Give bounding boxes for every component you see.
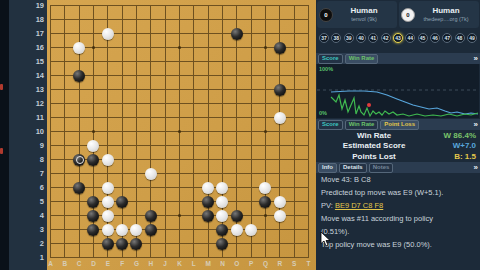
black-stone-F2[interactable] (116, 238, 128, 250)
info-line-move: Move 43: B C8 (321, 173, 477, 186)
white-stone-R4[interactable] (274, 210, 286, 222)
black-stone-Q5[interactable] (259, 196, 271, 208)
graph-bottom-axis-label: 0% (319, 110, 327, 116)
black-stone-O17[interactable] (231, 28, 243, 40)
black-stone-C6[interactable] (73, 182, 85, 194)
move-circle-39[interactable]: 39 (344, 33, 354, 43)
row-label-12: 12 (24, 99, 44, 108)
stat-value: W 86.4% (428, 131, 476, 140)
white-stone-E8[interactable] (102, 154, 114, 166)
white-stone-N6[interactable] (216, 182, 228, 194)
info-line-policy: Move was #11 according to policy (321, 212, 477, 225)
move-circle-48[interactable]: 48 (455, 33, 465, 43)
white-player-detail: thedeep....org (7k) (415, 17, 477, 23)
column-label-G: G (131, 260, 141, 267)
move-circle-38[interactable]: 38 (331, 33, 341, 43)
graph-current-move-dot (367, 103, 371, 107)
stats-tab-score[interactable]: Score (318, 120, 343, 130)
black-stone-R13[interactable] (274, 84, 286, 96)
column-label-L: L (189, 260, 199, 267)
column-label-Q: Q (260, 260, 270, 267)
row-label-10: 10 (24, 127, 44, 136)
graph-tab-score[interactable]: Score (318, 54, 343, 64)
analysis-panel: 0 Human tenvol (9k) 0 Human thedeep....o… (316, 0, 480, 270)
column-label-D: D (88, 260, 98, 267)
star-point-K10 (178, 130, 181, 133)
white-stone-E3[interactable] (102, 224, 114, 236)
white-stone-P3[interactable] (245, 224, 257, 236)
column-label-R: R (275, 260, 285, 267)
stats-tab-pointloss[interactable]: Point Loss (380, 120, 419, 130)
row-label-16: 16 (24, 43, 44, 52)
black-stone-H4[interactable] (145, 210, 157, 222)
column-label-B: B (60, 260, 70, 267)
row-label-19: 19 (24, 1, 44, 10)
white-stone-N4[interactable] (216, 210, 228, 222)
left-edge-red-mark (0, 148, 3, 154)
last-move-marker (76, 156, 84, 164)
column-label-O: O (232, 260, 242, 267)
info-tab-info[interactable]: Info (318, 163, 337, 173)
white-stone-H7[interactable] (145, 168, 157, 180)
graph-line-win-rate (331, 91, 478, 114)
column-label-A: A (46, 260, 56, 267)
info-tab-bar: Info Details Notes » (316, 162, 480, 173)
row-label-4: 4 (24, 211, 44, 220)
row-label-5: 5 (24, 197, 44, 206)
graph-top-axis-label: 100% (319, 66, 333, 72)
graph-line-score (331, 95, 478, 116)
go-board[interactable]: ABCDEFGHJKLMNOPQRST (47, 0, 316, 270)
info-tab-details[interactable]: Details (339, 163, 367, 173)
row-label-18: 18 (24, 15, 44, 24)
black-stone-C8[interactable] (73, 154, 85, 166)
info-line-policy2: (0.51%). (321, 225, 477, 238)
stat-value: B: 1.5 (428, 152, 476, 161)
black-stone-D4[interactable] (87, 210, 99, 222)
star-point-D16 (92, 46, 95, 49)
column-label-J: J (160, 260, 170, 267)
white-stone-G3[interactable] (130, 224, 142, 236)
column-label-N: N (217, 260, 227, 267)
white-stone-E4[interactable] (102, 210, 114, 222)
column-label-T: T (303, 260, 313, 267)
white-stone-R11[interactable] (274, 112, 286, 124)
star-point-K16 (178, 46, 181, 49)
column-label-H: H (146, 260, 156, 267)
white-captures-stone-icon: 0 (401, 8, 415, 22)
info-line-pv: PV: BE9 D7 C8 F8 (321, 199, 477, 212)
graph-tab-winrate[interactable]: Win Rate (345, 54, 379, 64)
move-number-strip: 37383940414243444546474849 (316, 31, 480, 44)
black-stone-D5[interactable] (87, 196, 99, 208)
column-label-C: C (74, 260, 84, 267)
row-label-7: 7 (24, 169, 44, 178)
white-player-name: Human (415, 7, 477, 15)
column-label-F: F (117, 260, 127, 267)
white-stone-E6[interactable] (102, 182, 114, 194)
fast-forward-icon[interactable]: » (474, 55, 478, 63)
row-label-15: 15 (24, 57, 44, 66)
row-label-1: 1 (24, 253, 44, 262)
stat-row-win-rate: Win RateW 86.4% (316, 130, 480, 141)
star-point-Q16 (264, 46, 267, 49)
black-stone-M5[interactable] (202, 196, 214, 208)
column-label-P: P (246, 260, 256, 267)
stats-rows: Win RateW 86.4%Estimated ScoreW+7.0Point… (316, 130, 480, 162)
row-label-17: 17 (24, 29, 44, 38)
winrate-score-graph[interactable]: 100% 0% (317, 64, 479, 118)
row-label-2: 2 (24, 239, 44, 248)
column-label-M: M (203, 260, 213, 267)
star-point-D10 (92, 130, 95, 133)
black-stone-N3[interactable] (216, 224, 228, 236)
column-label-S: S (289, 260, 299, 267)
move-circle-37[interactable]: 37 (319, 33, 329, 43)
stat-label: Points Lost (320, 152, 428, 161)
stat-label: Estimated Score (320, 141, 428, 150)
stat-label: Win Rate (320, 131, 428, 140)
white-stone-E5[interactable] (102, 196, 114, 208)
black-stone-E2[interactable] (102, 238, 114, 250)
black-stone-G2[interactable] (130, 238, 142, 250)
move-circle-41[interactable]: 41 (368, 33, 378, 43)
window-left-edge (0, 0, 9, 270)
black-stone-F5[interactable] (116, 196, 128, 208)
player-bar: 0 Human tenvol (9k) 0 Human thedeep....o… (316, 1, 480, 28)
stat-row-estimated-score: Estimated ScoreW+7.0 (316, 141, 480, 152)
white-stone-O3[interactable] (231, 224, 243, 236)
mouse-cursor (320, 232, 331, 247)
move-circle-40[interactable]: 40 (356, 33, 366, 43)
white-stone-Q6[interactable] (259, 182, 271, 194)
black-stone-H3[interactable] (145, 224, 157, 236)
stats-tab-bar: Score Win Rate Point Loss » (316, 119, 480, 130)
white-stone-C16[interactable] (73, 42, 85, 54)
move-circle-47[interactable]: 47 (442, 33, 452, 43)
black-stone-O4[interactable] (231, 210, 243, 222)
row-label-8: 8 (24, 155, 44, 164)
white-stone-R5[interactable] (274, 196, 286, 208)
stat-value: W+7.0 (428, 141, 476, 150)
row-label-14: 14 (24, 71, 44, 80)
row-label-9: 9 (24, 141, 44, 150)
black-stone-D8[interactable] (87, 154, 99, 166)
white-stone-N5[interactable] (216, 196, 228, 208)
left-edge-red-mark (0, 84, 3, 90)
stats-tab-winrate[interactable]: Win Rate (345, 120, 379, 130)
star-point-Q10 (264, 130, 267, 133)
black-stone-N2[interactable] (216, 238, 228, 250)
info-tab-notes[interactable]: Notes (369, 163, 394, 173)
info-line-predicted: Predicted top move was E9 (W+5.1). (321, 186, 477, 199)
pv-link[interactable]: BE9 D7 C8 F8 (335, 201, 383, 210)
star-point-K4 (178, 214, 181, 217)
white-stone-E17[interactable] (102, 28, 114, 40)
star-point-Q4 (264, 214, 267, 217)
move-circle-42[interactable]: 42 (381, 33, 391, 43)
graph-tab-bar: Score Win Rate » (316, 53, 480, 64)
player-card-black[interactable]: 0 Human tenvol (9k) (317, 1, 397, 28)
column-label-E: E (103, 260, 113, 267)
move-circle-45[interactable]: 45 (418, 33, 428, 43)
info-line-top-policy: Top policy move was E9 (50.0%). (321, 238, 477, 251)
black-stone-D3[interactable] (87, 224, 99, 236)
move-circle-44[interactable]: 44 (405, 33, 415, 43)
white-stone-D9[interactable] (87, 140, 99, 152)
black-stone-R16[interactable] (274, 42, 286, 54)
black-captures-stone-icon: 0 (319, 8, 333, 22)
black-player-name: Human (333, 7, 395, 15)
board-grid-lines (50, 5, 309, 258)
move-circle-46[interactable]: 46 (430, 33, 440, 43)
fast-forward-icon[interactable]: » (474, 164, 478, 172)
row-label-6: 6 (24, 183, 44, 192)
black-stone-C14[interactable] (73, 70, 85, 82)
fast-forward-icon[interactable]: » (474, 121, 478, 129)
player-card-white[interactable]: 0 Human thedeep....org (7k) (399, 1, 479, 28)
move-circle-43[interactable]: 43 (393, 33, 403, 43)
row-label-11: 11 (24, 113, 44, 122)
black-stone-M4[interactable] (202, 210, 214, 222)
black-player-detail: tenvol (9k) (333, 17, 395, 23)
stat-row-points-lost: Points LostB: 1.5 (316, 151, 480, 162)
row-label-3: 3 (24, 225, 44, 234)
move-info-text: Move 43: B C8 Predicted top move was E9 … (321, 173, 477, 251)
move-circle-49[interactable]: 49 (467, 33, 477, 43)
row-label-13: 13 (24, 85, 44, 94)
column-label-K: K (174, 260, 184, 267)
white-stone-M6[interactable] (202, 182, 214, 194)
white-stone-F3[interactable] (116, 224, 128, 236)
katrain-window: 19181716151413121110987654321 ABCDEFGHJK… (0, 0, 480, 270)
